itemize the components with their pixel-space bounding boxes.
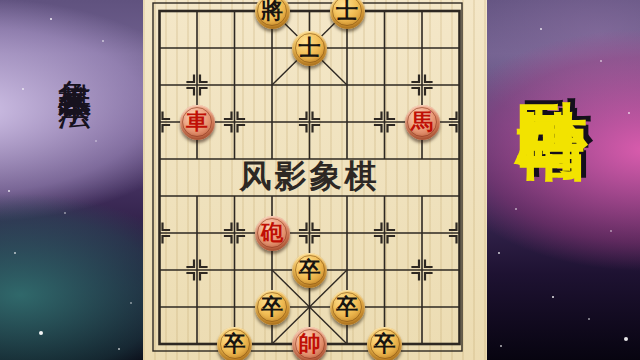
- piece-black-general[interactable]: 將: [255, 0, 290, 29]
- piece-black-soldier-2[interactable]: 卒: [255, 290, 290, 325]
- piece-black-soldier-5[interactable]: 卒: [367, 327, 402, 360]
- piece-black-soldier-3[interactable]: 卒: [330, 290, 365, 325]
- piece-black-soldier-4[interactable]: 卒: [217, 327, 252, 360]
- piece-red-horse[interactable]: 馬: [405, 105, 440, 140]
- right-title: 卧槽马: [516, 44, 588, 68]
- piece-black-advisor-1[interactable]: 士: [330, 0, 365, 29]
- video-frame: 象棋基本杀法 卧槽马 风影象棋 將士士車馬砲卒卒卒卒帥卒: [0, 0, 640, 360]
- star-dots: [0, 0, 2, 2]
- piece-layer: 將士士車馬砲卒卒卒卒帥卒: [141, 0, 479, 360]
- piece-red-chariot[interactable]: 車: [180, 105, 215, 140]
- piece-red-general[interactable]: 帥: [292, 327, 327, 360]
- left-title: 象棋基本杀法: [58, 53, 92, 71]
- piece-red-cannon[interactable]: 砲: [255, 216, 290, 251]
- xiangqi-board[interactable]: 风影象棋 將士士車馬砲卒卒卒卒帥卒: [143, 0, 487, 360]
- piece-black-advisor-2[interactable]: 士: [292, 31, 327, 66]
- piece-black-soldier-1[interactable]: 卒: [292, 253, 327, 288]
